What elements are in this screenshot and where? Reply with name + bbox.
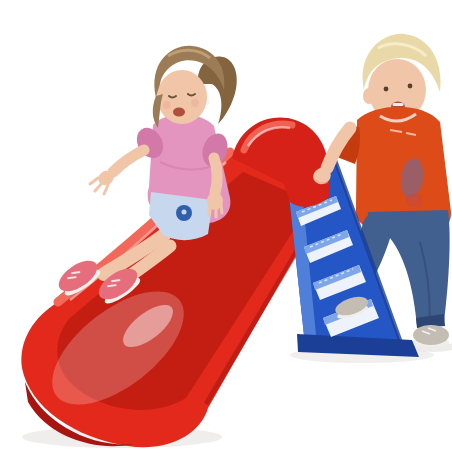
boy-teeth (393, 103, 404, 106)
girl-blush-right (191, 99, 199, 107)
product-photo (0, 0, 452, 452)
boy-shoe-ground-body (413, 325, 449, 345)
boy-eye-left (384, 87, 389, 92)
boy-shirt-print-red (406, 193, 422, 207)
girl-mouth (173, 108, 185, 117)
girl-shorts-patch-dot (182, 210, 187, 215)
boy-eye-right (408, 84, 413, 89)
girl-blush-left (163, 101, 171, 109)
boy-shoe-ground (413, 325, 449, 347)
slide-scene-illustration (0, 0, 452, 452)
girl-arm-extended (113, 150, 144, 172)
girl-head (157, 70, 207, 124)
girl-arm-gripping (214, 158, 217, 193)
